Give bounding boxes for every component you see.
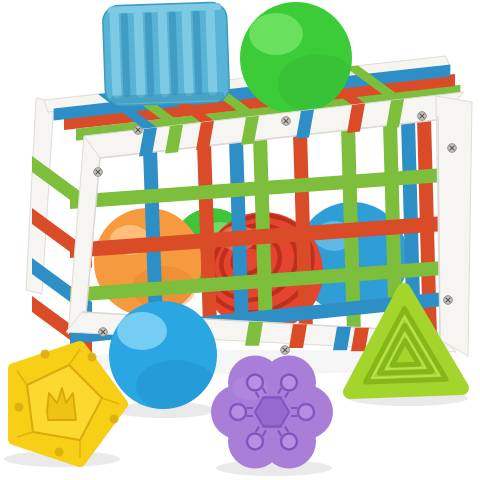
screw bbox=[99, 328, 108, 337]
flower-ring bbox=[230, 404, 246, 420]
screw bbox=[94, 168, 103, 177]
flower-ring bbox=[247, 433, 263, 449]
screw bbox=[444, 296, 453, 305]
flower-ring bbox=[281, 375, 297, 391]
scene-svg bbox=[0, 0, 480, 480]
screw bbox=[448, 144, 457, 153]
product-photo bbox=[0, 0, 480, 480]
frame-right-post bbox=[436, 96, 472, 356]
flower-ring bbox=[247, 375, 263, 391]
screw bbox=[418, 112, 427, 121]
green-ball-highlight bbox=[249, 13, 303, 55]
screw bbox=[282, 117, 291, 126]
flower-hexagon bbox=[255, 397, 289, 426]
flower-ring bbox=[298, 404, 314, 420]
teal-cube bbox=[102, 2, 229, 106]
blue-ball-highlight bbox=[117, 312, 167, 350]
flower-ring bbox=[281, 433, 297, 449]
screw bbox=[134, 126, 143, 135]
screw bbox=[281, 346, 290, 355]
